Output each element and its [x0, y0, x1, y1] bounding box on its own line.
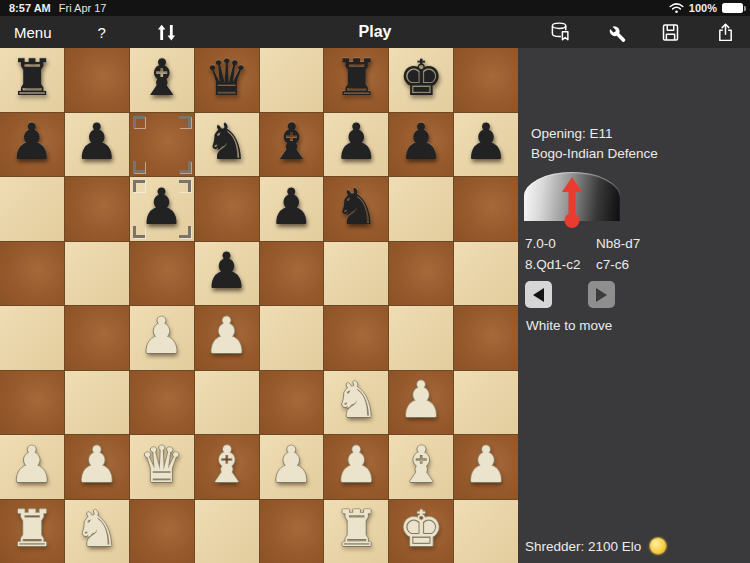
- white-king-g1: ♚: [399, 504, 444, 554]
- black-pawn-h7: ♟: [464, 117, 509, 167]
- black-bishop-c8: ♝: [139, 53, 184, 103]
- square-e8[interactable]: [260, 48, 324, 112]
- move-highlight-corner: [179, 116, 191, 128]
- up-down-arrows-icon: [156, 21, 178, 43]
- square-d3[interactable]: [195, 371, 259, 435]
- square-c4[interactable]: ♟: [130, 306, 194, 370]
- white-knight-b1: ♞: [74, 504, 119, 554]
- square-e3[interactable]: [260, 371, 324, 435]
- opening-code: Opening: E11: [531, 126, 613, 141]
- chess-board[interactable]: ♜♝♛♜♚♟♟♞♝♟♟♟♟♟♞♟♟♟♞♟♟♟♛♝♟♟♝♟♜♞♜♚: [0, 48, 518, 563]
- square-h7[interactable]: ♟: [454, 113, 518, 177]
- previous-move-button[interactable]: [525, 281, 552, 308]
- move-black: Nb8-d7: [596, 233, 640, 254]
- square-a8[interactable]: ♜: [0, 48, 64, 112]
- square-h1[interactable]: [454, 500, 518, 563]
- square-a7[interactable]: ♟: [0, 113, 64, 177]
- square-g6[interactable]: [389, 177, 453, 241]
- white-pawn-a2: ♟: [10, 440, 55, 490]
- square-d6[interactable]: [195, 177, 259, 241]
- square-b7[interactable]: ♟: [65, 113, 129, 177]
- square-g2[interactable]: ♝: [389, 435, 453, 499]
- square-d2[interactable]: ♝: [195, 435, 259, 499]
- square-f5[interactable]: [324, 242, 388, 306]
- square-b3[interactable]: [65, 371, 129, 435]
- black-pawn-a7: ♟: [10, 117, 55, 167]
- square-c1[interactable]: [130, 500, 194, 563]
- square-g4[interactable]: [389, 306, 453, 370]
- white-rook-f1: ♜: [334, 504, 379, 554]
- sun-icon: [650, 538, 666, 554]
- square-b5[interactable]: [65, 242, 129, 306]
- move-row: 7.0-0 Nb8-d7: [525, 233, 640, 254]
- move-list: 7.0-0 Nb8-d7 8.Qd1-c2 c7-c6: [525, 233, 640, 275]
- square-h2[interactable]: ♟: [454, 435, 518, 499]
- black-pawn-g7: ♟: [399, 117, 444, 167]
- next-move-button[interactable]: [588, 281, 615, 308]
- gauge-needle: [524, 172, 620, 221]
- white-rook-a1: ♜: [10, 504, 55, 554]
- square-c2[interactable]: ♛: [130, 435, 194, 499]
- square-f7[interactable]: ♟: [324, 113, 388, 177]
- move-white: 7.0-0: [525, 233, 596, 254]
- square-e2[interactable]: ♟: [260, 435, 324, 499]
- move-row: 8.Qd1-c2 c7-c6: [525, 254, 640, 275]
- white-pawn-b2: ♟: [74, 440, 119, 490]
- square-c3[interactable]: [130, 371, 194, 435]
- square-h3[interactable]: [454, 371, 518, 435]
- back-arrow-icon: [533, 288, 544, 302]
- opening-name: Bogo-Indian Defence: [531, 146, 658, 161]
- square-f1[interactable]: ♜: [324, 500, 388, 563]
- black-rook-f8: ♜: [334, 53, 379, 103]
- white-pawn-d4: ♟: [204, 311, 249, 361]
- move-highlight-corner: [133, 116, 145, 128]
- black-pawn-f7: ♟: [334, 117, 379, 167]
- save-button[interactable]: [659, 21, 681, 43]
- black-queen-d8: ♛: [204, 53, 249, 103]
- square-d5[interactable]: ♟: [195, 242, 259, 306]
- side-panel: Opening: E11 Bogo-Indian Defence 7.0-0 N…: [518, 48, 750, 563]
- square-b6[interactable]: [65, 177, 129, 241]
- white-pawn-g3: ♟: [399, 375, 444, 425]
- wifi-icon: [669, 2, 684, 14]
- square-c5[interactable]: [130, 242, 194, 306]
- square-e6[interactable]: ♟: [260, 177, 324, 241]
- square-a1[interactable]: ♜: [0, 500, 64, 563]
- black-pawn-d5: ♟: [204, 246, 249, 296]
- square-e7[interactable]: ♝: [260, 113, 324, 177]
- white-queen-c2: ♛: [139, 440, 184, 490]
- white-bishop-d2: ♝: [204, 440, 249, 490]
- square-f2[interactable]: ♟: [324, 435, 388, 499]
- evaluation-gauge: [524, 172, 620, 221]
- square-b1[interactable]: ♞: [65, 500, 129, 563]
- menu-button[interactable]: Menu: [0, 24, 66, 41]
- status-bar: 8:57 AM Fri Apr 17 100%: [0, 0, 750, 16]
- black-knight-f6: ♞: [334, 182, 379, 232]
- black-pawn-b7: ♟: [74, 117, 119, 167]
- square-g5[interactable]: [389, 242, 453, 306]
- square-b8[interactable]: [65, 48, 129, 112]
- square-b2[interactable]: ♟: [65, 435, 129, 499]
- square-a2[interactable]: ♟: [0, 435, 64, 499]
- turn-indicator: White to move: [526, 318, 612, 333]
- clock-time: 8:57 AM: [9, 2, 51, 14]
- white-pawn-h2: ♟: [464, 440, 509, 490]
- black-knight-d7: ♞: [204, 117, 249, 167]
- square-g1[interactable]: ♚: [389, 500, 453, 563]
- square-c6[interactable]: ♟: [130, 177, 194, 241]
- square-d8[interactable]: ♛: [195, 48, 259, 112]
- white-pawn-c4: ♟: [139, 311, 184, 361]
- white-bishop-g2: ♝: [399, 440, 444, 490]
- square-a4[interactable]: [0, 306, 64, 370]
- status-date: Fri Apr 17: [59, 2, 107, 14]
- square-c8[interactable]: ♝: [130, 48, 194, 112]
- square-f8[interactable]: ♜: [324, 48, 388, 112]
- move-black: c7-c6: [596, 254, 629, 275]
- square-a5[interactable]: [0, 242, 64, 306]
- white-pawn-f2: ♟: [334, 440, 379, 490]
- forward-arrow-icon: [596, 288, 607, 302]
- square-e5[interactable]: [260, 242, 324, 306]
- square-g3[interactable]: ♟: [389, 371, 453, 435]
- square-h4[interactable]: [454, 306, 518, 370]
- move-highlight-corner: [179, 161, 191, 173]
- square-h6[interactable]: [454, 177, 518, 241]
- square-a3[interactable]: [0, 371, 64, 435]
- square-f6[interactable]: ♞: [324, 177, 388, 241]
- battery-percent: 100%: [689, 2, 717, 14]
- white-knight-f3: ♞: [334, 375, 379, 425]
- white-pawn-e2: ♟: [269, 440, 314, 490]
- square-d4[interactable]: ♟: [195, 306, 259, 370]
- black-pawn-c6: ♟: [139, 182, 184, 232]
- battery-icon: [722, 3, 743, 13]
- wrench-button[interactable]: [604, 21, 626, 43]
- black-rook-a8: ♜: [10, 53, 55, 103]
- share-button[interactable]: [714, 21, 736, 43]
- square-f3[interactable]: ♞: [324, 371, 388, 435]
- square-e4[interactable]: [260, 306, 324, 370]
- square-d7[interactable]: ♞: [195, 113, 259, 177]
- square-f4[interactable]: [324, 306, 388, 370]
- square-h5[interactable]: [454, 242, 518, 306]
- square-g7[interactable]: ♟: [389, 113, 453, 177]
- square-h8[interactable]: [454, 48, 518, 112]
- square-c7[interactable]: [130, 113, 194, 177]
- engine-strength: Shredder: 2100 Elo: [525, 539, 641, 554]
- square-a6[interactable]: [0, 177, 64, 241]
- black-bishop-e7: ♝: [269, 117, 314, 167]
- move-highlight-corner: [133, 161, 145, 173]
- database-button[interactable]: [549, 21, 571, 43]
- square-g8[interactable]: ♚: [389, 48, 453, 112]
- move-white: 8.Qd1-c2: [525, 254, 596, 275]
- square-b4[interactable]: [65, 306, 129, 370]
- black-pawn-e6: ♟: [269, 182, 314, 232]
- square-d1[interactable]: [195, 500, 259, 563]
- flip-board-button[interactable]: [134, 21, 178, 43]
- help-button[interactable]: ?: [66, 24, 134, 41]
- black-king-g8: ♚: [399, 53, 444, 103]
- square-e1[interactable]: [260, 500, 324, 563]
- toolbar: Menu ? Play: [0, 16, 750, 48]
